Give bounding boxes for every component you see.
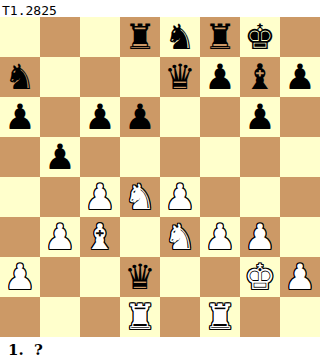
- piece-white-bishop[interactable]: ♝: [80, 217, 120, 257]
- square-a8[interactable]: [0, 17, 40, 57]
- square-b3[interactable]: ♟: [40, 217, 80, 257]
- square-c8[interactable]: [80, 17, 120, 57]
- square-a4[interactable]: [0, 177, 40, 217]
- square-h7[interactable]: ♟: [280, 57, 320, 97]
- square-b4[interactable]: [40, 177, 80, 217]
- piece-white-knight[interactable]: ♞: [160, 217, 200, 257]
- piece-black-pawn[interactable]: ♟: [40, 137, 80, 177]
- square-f4[interactable]: [200, 177, 240, 217]
- square-g6[interactable]: ♟: [240, 97, 280, 137]
- square-d7[interactable]: [120, 57, 160, 97]
- square-a5[interactable]: [0, 137, 40, 177]
- piece-white-pawn[interactable]: ♟: [40, 217, 80, 257]
- chess-board[interactable]: ♜♞♜♚♞♛♟♝♟♟♟♟♟♟♟♞♟♟♝♞♟♟♟♛♚♟♜♜: [0, 17, 320, 337]
- piece-white-pawn[interactable]: ♟: [0, 257, 40, 297]
- piece-black-rook[interactable]: ♜: [200, 17, 240, 57]
- square-h1[interactable]: [280, 297, 320, 337]
- square-a7[interactable]: ♞: [0, 57, 40, 97]
- square-g7[interactable]: ♝: [240, 57, 280, 97]
- square-d5[interactable]: [120, 137, 160, 177]
- square-d2[interactable]: ♛: [120, 257, 160, 297]
- square-h8[interactable]: [280, 17, 320, 57]
- square-c7[interactable]: [80, 57, 120, 97]
- piece-white-king[interactable]: ♚: [240, 257, 280, 297]
- square-c5[interactable]: [80, 137, 120, 177]
- piece-white-pawn[interactable]: ♟: [280, 257, 320, 297]
- puzzle-title: T1.2825: [2, 3, 57, 18]
- square-e2[interactable]: [160, 257, 200, 297]
- square-f5[interactable]: [200, 137, 240, 177]
- square-c3[interactable]: ♝: [80, 217, 120, 257]
- square-a1[interactable]: [0, 297, 40, 337]
- header-bar: T1.2825: [0, 0, 320, 17]
- square-f1[interactable]: ♜: [200, 297, 240, 337]
- square-f6[interactable]: [200, 97, 240, 137]
- square-g8[interactable]: ♚: [240, 17, 280, 57]
- square-c1[interactable]: [80, 297, 120, 337]
- square-e1[interactable]: [160, 297, 200, 337]
- piece-white-rook[interactable]: ♜: [200, 297, 240, 337]
- square-b6[interactable]: [40, 97, 80, 137]
- piece-black-pawn[interactable]: ♟: [240, 97, 280, 137]
- square-h5[interactable]: [280, 137, 320, 177]
- square-e8[interactable]: ♞: [160, 17, 200, 57]
- piece-black-pawn[interactable]: ♟: [120, 97, 160, 137]
- piece-black-king[interactable]: ♚: [240, 17, 280, 57]
- square-h2[interactable]: ♟: [280, 257, 320, 297]
- piece-black-pawn[interactable]: ♟: [200, 57, 240, 97]
- square-d1[interactable]: ♜: [120, 297, 160, 337]
- square-b8[interactable]: [40, 17, 80, 57]
- square-e4[interactable]: ♟: [160, 177, 200, 217]
- piece-black-queen[interactable]: ♛: [160, 57, 200, 97]
- square-g4[interactable]: [240, 177, 280, 217]
- square-g5[interactable]: [240, 137, 280, 177]
- square-d8[interactable]: ♜: [120, 17, 160, 57]
- square-b5[interactable]: ♟: [40, 137, 80, 177]
- square-f7[interactable]: ♟: [200, 57, 240, 97]
- square-g1[interactable]: [240, 297, 280, 337]
- square-d3[interactable]: [120, 217, 160, 257]
- square-h4[interactable]: [280, 177, 320, 217]
- square-c4[interactable]: ♟: [80, 177, 120, 217]
- square-b7[interactable]: [40, 57, 80, 97]
- square-a2[interactable]: ♟: [0, 257, 40, 297]
- piece-white-rook[interactable]: ♜: [120, 297, 160, 337]
- piece-white-knight[interactable]: ♞: [120, 177, 160, 217]
- piece-black-pawn[interactable]: ♟: [280, 57, 320, 97]
- piece-black-rook[interactable]: ♜: [120, 17, 160, 57]
- square-e6[interactable]: [160, 97, 200, 137]
- square-g3[interactable]: ♟: [240, 217, 280, 257]
- piece-white-pawn[interactable]: ♟: [160, 177, 200, 217]
- square-c2[interactable]: [80, 257, 120, 297]
- square-f2[interactable]: [200, 257, 240, 297]
- square-e5[interactable]: [160, 137, 200, 177]
- square-a3[interactable]: [0, 217, 40, 257]
- square-d6[interactable]: ♟: [120, 97, 160, 137]
- square-a6[interactable]: ♟: [0, 97, 40, 137]
- piece-black-queen[interactable]: ♛: [120, 257, 160, 297]
- square-h6[interactable]: [280, 97, 320, 137]
- square-b2[interactable]: [40, 257, 80, 297]
- piece-black-bishop[interactable]: ♝: [240, 57, 280, 97]
- piece-black-pawn[interactable]: ♟: [80, 97, 120, 137]
- square-g2[interactable]: ♚: [240, 257, 280, 297]
- piece-black-knight[interactable]: ♞: [0, 57, 40, 97]
- piece-black-knight[interactable]: ♞: [160, 17, 200, 57]
- square-h3[interactable]: [280, 217, 320, 257]
- square-d4[interactable]: ♞: [120, 177, 160, 217]
- square-e3[interactable]: ♞: [160, 217, 200, 257]
- square-b1[interactable]: [40, 297, 80, 337]
- footer-bar: 1. ?: [0, 337, 320, 360]
- move-prompt: 1. ?: [8, 341, 43, 359]
- piece-white-pawn[interactable]: ♟: [240, 217, 280, 257]
- piece-white-pawn[interactable]: ♟: [200, 217, 240, 257]
- piece-white-pawn[interactable]: ♟: [80, 177, 120, 217]
- piece-black-pawn[interactable]: ♟: [0, 97, 40, 137]
- square-f8[interactable]: ♜: [200, 17, 240, 57]
- square-c6[interactable]: ♟: [80, 97, 120, 137]
- square-f3[interactable]: ♟: [200, 217, 240, 257]
- square-e7[interactable]: ♛: [160, 57, 200, 97]
